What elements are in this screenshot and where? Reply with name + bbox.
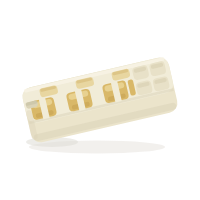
organizer-tray-illustration — [0, 0, 200, 200]
product-photo — [0, 0, 200, 200]
